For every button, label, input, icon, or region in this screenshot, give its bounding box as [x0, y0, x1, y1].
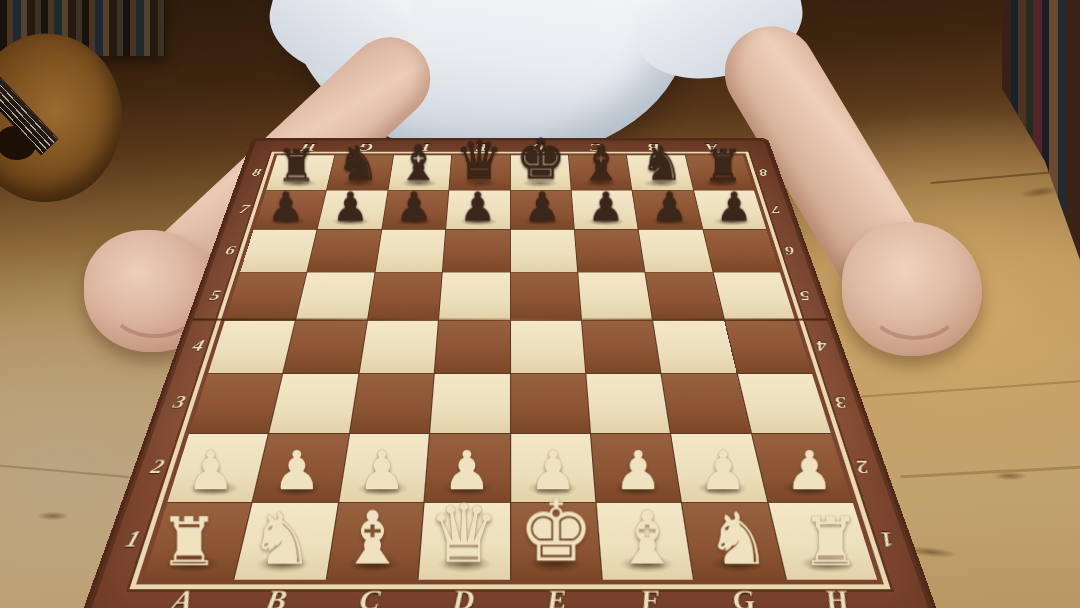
square-d4[interactable]: [435, 320, 510, 373]
square-d5[interactable]: [439, 273, 509, 320]
table-knot: [30, 510, 76, 522]
file-labels-bottom: ABCDEFGH: [130, 582, 891, 608]
square-d7[interactable]: ♟: [446, 191, 509, 229]
square-f7[interactable]: ♟: [572, 191, 638, 229]
piece-black-rook-h8[interactable]: ♜: [685, 144, 762, 188]
file-label-b: B: [225, 582, 326, 608]
file-label-g: G: [694, 582, 795, 608]
file-label-d: D: [415, 582, 510, 608]
square-h5[interactable]: [713, 273, 795, 320]
square-e1[interactable]: ♚: [511, 503, 602, 580]
square-e3[interactable]: [511, 374, 590, 433]
board-grid: ♜♞♝♛♚♝♞♜♟♟♟♟♟♟♟♟♟♟♟♟♟♟♟♟♜♞♝♛♚♝♞♜: [143, 155, 877, 579]
square-e4[interactable]: [511, 320, 586, 373]
square-a5[interactable]: [225, 273, 307, 320]
piece-white-rook-h1[interactable]: ♜: [773, 508, 888, 575]
square-b4[interactable]: [284, 320, 367, 373]
square-g5[interactable]: [646, 273, 724, 320]
square-c4[interactable]: [359, 320, 438, 373]
square-d6[interactable]: [443, 230, 510, 272]
square-b5[interactable]: [296, 273, 374, 320]
square-e5[interactable]: [510, 273, 580, 320]
square-g3[interactable]: [662, 374, 751, 433]
square-h7[interactable]: ♟: [694, 191, 766, 229]
square-b3[interactable]: [269, 374, 358, 433]
square-f4[interactable]: [582, 320, 661, 373]
square-h6[interactable]: [703, 230, 780, 272]
square-c3[interactable]: [350, 374, 434, 433]
square-h2[interactable]: ♟: [752, 434, 853, 501]
board-fold-line: [192, 319, 827, 321]
file-label-c: C: [320, 582, 418, 608]
square-e7[interactable]: ♟: [510, 191, 573, 229]
square-f1[interactable]: ♝: [596, 503, 693, 580]
file-label-e: E: [510, 582, 605, 608]
chess-board-wrap: ♜♞♝♛♚♝♞♜♟♟♟♟♟♟♟♟♟♟♟♟♟♟♟♟♜♞♝♛♚♝♞♜ ABCDEFG…: [190, 0, 830, 608]
file-label-f: F: [602, 582, 700, 608]
square-f3[interactable]: [586, 374, 670, 433]
piece-black-pawn-h7[interactable]: ♟: [694, 186, 775, 226]
chess-board: ♜♞♝♛♚♝♞♜♟♟♟♟♟♟♟♟♟♟♟♟♟♟♟♟♜♞♝♛♚♝♞♜ ABCDEFG…: [83, 139, 938, 608]
square-c6[interactable]: [375, 230, 445, 272]
square-a4[interactable]: [208, 320, 295, 373]
square-d3[interactable]: [430, 374, 509, 433]
player-right-fist: [842, 222, 982, 356]
square-g2[interactable]: ♟: [671, 434, 766, 501]
square-b6[interactable]: [308, 230, 381, 272]
square-g4[interactable]: [653, 320, 736, 373]
square-c5[interactable]: [368, 273, 442, 320]
square-e6[interactable]: [510, 230, 577, 272]
piece-white-pawn-h2[interactable]: ♟: [755, 444, 863, 498]
square-f6[interactable]: [575, 230, 645, 272]
table-knot: [985, 470, 1035, 482]
square-a3[interactable]: [189, 374, 282, 433]
square-g6[interactable]: [639, 230, 712, 272]
square-f5[interactable]: [578, 273, 652, 320]
file-label-h: H: [786, 582, 890, 608]
square-h1[interactable]: ♜: [768, 503, 877, 580]
square-g1[interactable]: ♞: [682, 503, 785, 580]
file-label-a: A: [130, 582, 234, 608]
square-a6[interactable]: [240, 230, 317, 272]
square-g7[interactable]: ♟: [633, 191, 702, 229]
square-d1[interactable]: ♛: [419, 503, 510, 580]
